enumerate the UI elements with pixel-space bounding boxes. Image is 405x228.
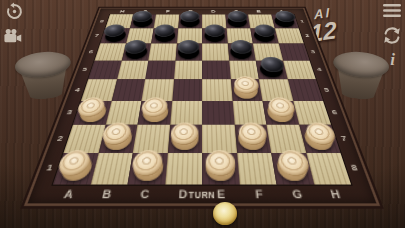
square-e5[interactable] xyxy=(202,60,230,79)
square-d1[interactable] xyxy=(165,152,202,184)
square-f2[interactable] xyxy=(234,125,271,153)
square-f1[interactable] xyxy=(237,152,277,184)
game-screen: YOU 12 AI 12 xyxy=(0,0,405,228)
piece-black-man[interactable] xyxy=(132,16,153,27)
piece-white-man[interactable] xyxy=(205,155,235,181)
piece-black-man[interactable] xyxy=(124,45,148,59)
square-b3[interactable] xyxy=(105,101,141,125)
square-e2[interactable] xyxy=(202,125,237,153)
piece-black-man[interactable] xyxy=(230,45,253,59)
menu-icon[interactable] xyxy=(382,3,402,18)
square-g5[interactable] xyxy=(256,60,288,79)
square-e6[interactable] xyxy=(202,43,229,60)
square-f8[interactable] xyxy=(225,14,250,28)
square-f4[interactable] xyxy=(230,79,262,100)
piece-white-man[interactable] xyxy=(275,155,309,181)
square-b2[interactable] xyxy=(98,125,137,153)
file-label: F xyxy=(239,184,279,203)
square-h8[interactable] xyxy=(271,14,299,28)
capture-tray-right xyxy=(330,49,391,102)
square-h6[interactable] xyxy=(278,43,309,60)
square-c7[interactable] xyxy=(151,28,178,43)
square-c2[interactable] xyxy=(133,125,170,153)
square-d3[interactable] xyxy=(170,101,202,125)
piece-white-man[interactable] xyxy=(238,127,268,149)
file-label: C xyxy=(124,184,164,203)
piece-white-man[interactable] xyxy=(132,155,164,181)
piece-black-man[interactable] xyxy=(274,16,296,27)
piece-black-man[interactable] xyxy=(180,16,199,27)
piece-white-man[interactable] xyxy=(171,127,199,149)
square-a3[interactable] xyxy=(73,101,111,125)
square-e7[interactable] xyxy=(202,28,227,43)
capture-tray-left xyxy=(14,49,75,102)
piece-white-man[interactable] xyxy=(266,103,295,123)
square-b8[interactable] xyxy=(130,14,156,28)
square-d5[interactable] xyxy=(174,60,202,79)
square-c1[interactable] xyxy=(127,152,167,184)
square-b6[interactable] xyxy=(121,43,151,60)
piece-black-man[interactable] xyxy=(204,30,225,42)
piece-white-man[interactable] xyxy=(102,127,134,149)
square-d4[interactable] xyxy=(172,79,202,100)
square-c6[interactable] xyxy=(148,43,176,60)
square-a5[interactable] xyxy=(88,60,121,79)
square-c3[interactable] xyxy=(137,101,171,125)
info-glyph: i xyxy=(390,50,395,70)
square-d8[interactable] xyxy=(178,14,202,28)
square-b4[interactable] xyxy=(111,79,145,100)
piece-black-man[interactable] xyxy=(178,45,200,59)
file-label: B xyxy=(85,184,127,203)
board-grid xyxy=(53,14,351,184)
info-icon[interactable]: i xyxy=(384,50,401,70)
turn-label: TURN xyxy=(188,190,215,199)
piece-white-man[interactable] xyxy=(303,127,337,149)
square-a6[interactable] xyxy=(95,43,126,60)
square-d6[interactable] xyxy=(175,43,202,60)
square-h7[interactable] xyxy=(274,28,303,43)
piece-white-man[interactable] xyxy=(233,81,259,98)
file-label: H xyxy=(314,184,358,203)
square-f6[interactable] xyxy=(227,43,255,60)
square-c5[interactable] xyxy=(145,60,175,79)
restart-icon[interactable] xyxy=(5,2,24,21)
square-b5[interactable] xyxy=(117,60,149,79)
file-label: A xyxy=(47,184,91,203)
refresh-icon[interactable] xyxy=(382,26,402,45)
square-e3[interactable] xyxy=(202,101,234,125)
piece-white-man[interactable] xyxy=(77,103,108,123)
square-g3[interactable] xyxy=(262,101,298,125)
square-d2[interactable] xyxy=(167,125,202,153)
record-camera-icon[interactable] xyxy=(3,28,22,44)
square-e1[interactable] xyxy=(202,152,239,184)
file-label: G xyxy=(277,184,319,203)
piece-black-man[interactable] xyxy=(227,16,247,27)
square-h4[interactable] xyxy=(287,79,323,100)
piece-black-man[interactable] xyxy=(253,30,276,42)
square-e4[interactable] xyxy=(202,79,232,100)
square-f3[interactable] xyxy=(232,101,266,125)
piece-white-man[interactable] xyxy=(58,155,95,181)
square-b1[interactable] xyxy=(90,152,133,184)
piece-white-man[interactable] xyxy=(141,103,169,123)
square-g7[interactable] xyxy=(250,28,278,43)
piece-black-man[interactable] xyxy=(103,30,127,42)
piece-black-man[interactable] xyxy=(154,30,176,42)
turn-indicator-coin xyxy=(213,202,237,225)
piece-black-man[interactable] xyxy=(259,62,285,77)
